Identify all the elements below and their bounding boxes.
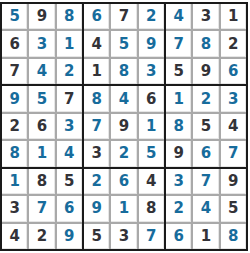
cell-r8c8[interactable]: 4 [193, 196, 218, 221]
cell-r6c7[interactable]: 9 [166, 141, 191, 166]
cell-r3c3[interactable]: 2 [57, 59, 82, 84]
cell-r6c6[interactable]: 5 [139, 141, 164, 166]
cell-r9c9[interactable]: 8 [221, 224, 246, 249]
sudoku-board: 5986317426724591834317825969572638148467… [0, 2, 248, 251]
cell-r3c7[interactable]: 5 [166, 59, 191, 84]
cell-r2c9[interactable]: 2 [221, 31, 246, 56]
cell-r5c9[interactable]: 4 [221, 114, 246, 139]
cell-r8c1[interactable]: 3 [2, 196, 27, 221]
cell-r2c7[interactable]: 7 [166, 31, 191, 56]
cell-r5c6[interactable]: 1 [139, 114, 164, 139]
cell-r5c2[interactable]: 6 [29, 114, 54, 139]
cell-r1c3[interactable]: 8 [57, 4, 82, 29]
cell-r3c4[interactable]: 1 [84, 59, 109, 84]
cell-r4c5[interactable]: 4 [111, 86, 136, 111]
cell-r1c7[interactable]: 4 [166, 4, 191, 29]
cell-r2c8[interactable]: 8 [193, 31, 218, 56]
box-2-1: 264918537 [84, 169, 164, 249]
cell-r1c5[interactable]: 7 [111, 4, 136, 29]
cell-r4c9[interactable]: 3 [221, 86, 246, 111]
cell-r6c9[interactable]: 7 [221, 141, 246, 166]
cell-r2c2[interactable]: 3 [29, 31, 54, 56]
cell-r8c3[interactable]: 6 [57, 196, 82, 221]
cell-r5c5[interactable]: 9 [111, 114, 136, 139]
cell-r9c3[interactable]: 9 [57, 224, 82, 249]
cell-r8c9[interactable]: 5 [221, 196, 246, 221]
cell-r3c9[interactable]: 6 [221, 59, 246, 84]
cell-r9c2[interactable]: 2 [29, 224, 54, 249]
cell-r4c2[interactable]: 5 [29, 86, 54, 111]
box-1-0: 957263814 [2, 86, 82, 166]
cell-r7c5[interactable]: 6 [111, 169, 136, 194]
cell-r7c1[interactable]: 1 [2, 169, 27, 194]
cell-r9c5[interactable]: 3 [111, 224, 136, 249]
cell-r5c8[interactable]: 5 [193, 114, 218, 139]
cell-r1c9[interactable]: 1 [221, 4, 246, 29]
box-0-1: 672459183 [84, 4, 164, 84]
cell-r4c3[interactable]: 7 [57, 86, 82, 111]
cell-r8c4[interactable]: 9 [84, 196, 109, 221]
cell-r7c8[interactable]: 7 [193, 169, 218, 194]
cell-r9c4[interactable]: 5 [84, 224, 109, 249]
cell-r8c2[interactable]: 7 [29, 196, 54, 221]
box-0-2: 431782596 [166, 4, 246, 84]
box-0-0: 598631742 [2, 4, 82, 84]
cell-r7c6[interactable]: 4 [139, 169, 164, 194]
cell-r9c8[interactable]: 1 [193, 224, 218, 249]
cell-r6c3[interactable]: 4 [57, 141, 82, 166]
box-2-0: 185376429 [2, 169, 82, 249]
box-1-1: 846791325 [84, 86, 164, 166]
cell-r5c7[interactable]: 8 [166, 114, 191, 139]
cell-r7c4[interactable]: 2 [84, 169, 109, 194]
cell-r7c2[interactable]: 8 [29, 169, 54, 194]
cell-r5c4[interactable]: 7 [84, 114, 109, 139]
box-2-2: 379245618 [166, 169, 246, 249]
cell-r6c5[interactable]: 2 [111, 141, 136, 166]
cell-r9c6[interactable]: 7 [139, 224, 164, 249]
cell-r3c6[interactable]: 3 [139, 59, 164, 84]
cell-r3c5[interactable]: 8 [111, 59, 136, 84]
sudoku-page: 5986317426724591834317825969572638148467… [0, 0, 250, 253]
cell-r3c2[interactable]: 4 [29, 59, 54, 84]
cell-r4c4[interactable]: 8 [84, 86, 109, 111]
cell-r4c1[interactable]: 9 [2, 86, 27, 111]
cell-r4c6[interactable]: 6 [139, 86, 164, 111]
cell-r7c9[interactable]: 9 [221, 169, 246, 194]
cell-r6c1[interactable]: 8 [2, 141, 27, 166]
cell-r1c1[interactable]: 5 [2, 4, 27, 29]
cell-r9c1[interactable]: 4 [2, 224, 27, 249]
cell-r1c2[interactable]: 9 [29, 4, 54, 29]
cell-r6c8[interactable]: 6 [193, 141, 218, 166]
cell-r9c7[interactable]: 6 [166, 224, 191, 249]
cell-r2c3[interactable]: 1 [57, 31, 82, 56]
cell-r2c1[interactable]: 6 [2, 31, 27, 56]
cell-r8c7[interactable]: 2 [166, 196, 191, 221]
cell-r8c5[interactable]: 1 [111, 196, 136, 221]
box-1-2: 123854967 [166, 86, 246, 166]
cell-r5c3[interactable]: 3 [57, 114, 82, 139]
cell-r6c4[interactable]: 3 [84, 141, 109, 166]
cell-r5c1[interactable]: 2 [2, 114, 27, 139]
cell-r1c4[interactable]: 6 [84, 4, 109, 29]
cell-r1c6[interactable]: 2 [139, 4, 164, 29]
cell-r1c8[interactable]: 3 [193, 4, 218, 29]
cell-r4c8[interactable]: 2 [193, 86, 218, 111]
cell-r2c6[interactable]: 9 [139, 31, 164, 56]
cell-r7c3[interactable]: 5 [57, 169, 82, 194]
cell-r3c1[interactable]: 7 [2, 59, 27, 84]
cell-r7c7[interactable]: 3 [166, 169, 191, 194]
cell-r6c2[interactable]: 1 [29, 141, 54, 166]
cell-r3c8[interactable]: 9 [193, 59, 218, 84]
cell-r4c7[interactable]: 1 [166, 86, 191, 111]
cell-r2c4[interactable]: 4 [84, 31, 109, 56]
cell-r2c5[interactable]: 5 [111, 31, 136, 56]
cell-r8c6[interactable]: 8 [139, 196, 164, 221]
